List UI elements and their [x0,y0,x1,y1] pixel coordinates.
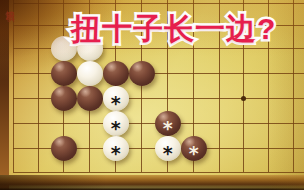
grid-cell [26,136,51,161]
grid-cell [256,86,281,111]
grid-cell [26,15,51,37]
stone-white: * [103,86,129,111]
stone-mark: * [163,119,173,138]
grid-cell [256,136,281,161]
stone-black [77,86,103,111]
stone-white: * [155,136,181,161]
grid-cell [155,86,181,111]
stone-white: * [103,136,129,161]
grid-cell [77,136,103,161]
grid-cell [256,61,281,86]
grid-cell [26,61,51,86]
stone-black [129,61,155,86]
grid-cell [77,111,103,136]
grid-cell [281,0,304,15]
stone-black: * [155,111,181,136]
stone-black: * [181,136,207,161]
grid-cell [129,86,155,111]
board-left-edge [0,0,9,190]
stone-black [51,86,77,111]
grid-cell [207,61,232,86]
grid-cell [232,136,257,161]
stone-mark: * [111,144,121,163]
go-board-photo: ****** 快乐围棋 扭十子长一边? [0,0,304,190]
grid-cell [26,86,51,111]
grid-cell [207,111,232,136]
stone-mark: * [163,144,173,163]
grid-cell [281,15,304,37]
stone-black [51,61,77,86]
grid-cell [51,111,77,136]
grid-cell [181,86,207,111]
grid-cell [155,61,181,86]
board-front-edge [0,175,304,190]
grid-cell [281,36,304,61]
title-overlay: 扭十子长一边? [71,9,276,50]
grid-cell [129,136,155,161]
grid-cell [232,61,257,86]
stone-mark: * [189,144,199,163]
stone-mark: * [111,119,121,138]
grid-cell [281,136,304,161]
grid-cell [281,111,304,136]
grid-cell [207,136,232,161]
grid-cell [26,0,51,15]
stone-black [103,61,129,86]
grid-cell [181,111,207,136]
grid-cell [181,61,207,86]
stone-black [51,136,77,161]
stone-white [77,61,103,86]
grid-cell [232,111,257,136]
grid-cell [256,111,281,136]
stone-mark: * [111,94,121,113]
grid-cell [281,86,304,111]
stone-white: * [103,111,129,136]
watermark: 快乐围棋 [3,3,16,7]
grid-cell [26,36,51,61]
grid-cell [129,111,155,136]
grid-cell [207,86,232,111]
grid-cell [26,111,51,136]
grid-cell [281,61,304,86]
